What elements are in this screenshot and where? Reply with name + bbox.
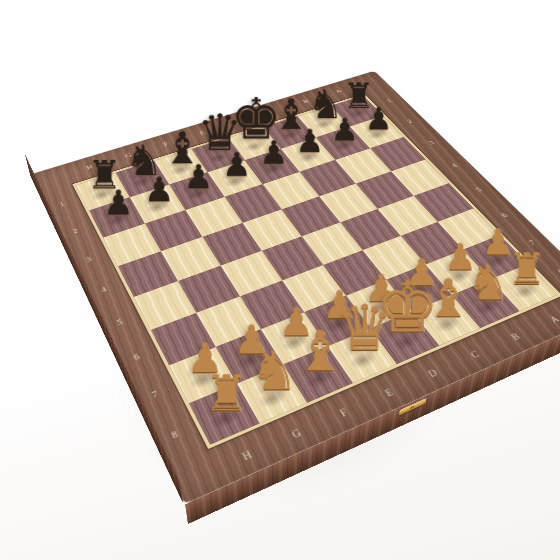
piece-shadow-h1 xyxy=(504,278,548,306)
file-label-top-c: C xyxy=(252,103,292,120)
piece-shadow-a1 xyxy=(200,401,249,437)
piece-shadow-g1 xyxy=(465,294,509,323)
piece-shadow-f2 xyxy=(398,278,441,306)
product-photo: HGFEDCBA HGFEDCBA 12345678 12345678 ♜♞♝♛… xyxy=(0,0,560,560)
piece-shadow-f1 xyxy=(425,310,470,340)
file-label-bottom-a: A xyxy=(530,305,560,334)
piece-shadow-e8 xyxy=(236,137,272,157)
chess-board: HGFEDCBA HGFEDCBA 12345678 12345678 ♜♞♝♛… xyxy=(30,71,560,505)
piece-shadow-a8 xyxy=(83,184,121,206)
scene: HGFEDCBA HGFEDCBA 12345678 12345678 ♜♞♝♛… xyxy=(0,0,560,560)
piece-white-pawn-e2: ♟ xyxy=(364,271,398,306)
square-c7: ♟ xyxy=(169,172,224,210)
piece-shadow-b1 xyxy=(248,382,296,416)
board-frame: HGFEDCBA HGFEDCBA 12345678 12345678 ♜♞♝♛… xyxy=(30,71,560,505)
piece-shadow-g7 xyxy=(325,136,361,156)
piece-shadow-c1 xyxy=(295,363,342,396)
piece-shadow-c2 xyxy=(272,328,317,359)
piece-shadow-d1 xyxy=(340,345,387,377)
square-h3 xyxy=(438,208,500,249)
